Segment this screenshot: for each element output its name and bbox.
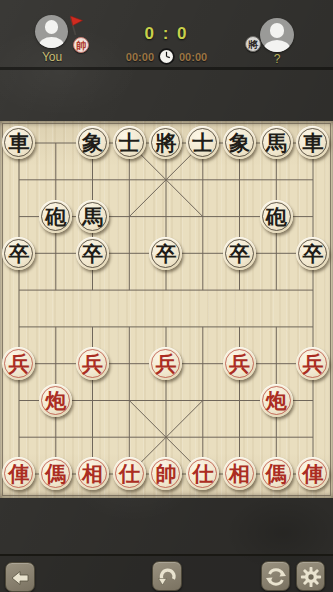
black-cannon[interactable]: 砲 [39,200,72,233]
red-chariot[interactable]: 俥 [296,457,329,490]
score-right: 0 [177,24,188,43]
rotate-arrows-icon [265,566,287,588]
red-cannon[interactable]: 炮 [39,384,72,417]
black-soldier[interactable]: 卒 [149,237,182,270]
black-elephant[interactable]: 象 [223,126,256,159]
analog-clock-icon [158,48,175,65]
black-soldier[interactable]: 卒 [223,237,256,270]
red-general[interactable]: 帥 [149,457,182,490]
black-advisor[interactable]: 士 [186,126,219,159]
right-player-avatar[interactable] [260,18,294,52]
xiangqi-app: 帥 You 0 : 0 00:00 00:00 將 ? [0,0,333,592]
red-soldier[interactable]: 兵 [2,347,35,380]
right-side-badge: 將 [245,36,261,52]
red-elephant[interactable]: 相 [223,457,256,490]
black-elephant[interactable]: 象 [76,126,109,159]
avatar-head [270,23,284,37]
bottom-toolbar [0,554,333,592]
right-timer: 00:00 [179,51,207,63]
pieces-layer: 車象士將士象馬車砲馬砲卒卒卒卒卒兵兵兵兵兵炮炮俥傌相仕帥仕相傌俥 [1,125,332,493]
undo-button[interactable] [152,561,182,591]
right-player-name: ? [244,52,310,66]
red-advisor[interactable]: 仕 [186,457,219,490]
header: 帥 You 0 : 0 00:00 00:00 將 ? [0,0,333,70]
black-advisor[interactable]: 士 [113,126,146,159]
black-general[interactable]: 將 [149,126,182,159]
score-left: 0 [144,24,155,43]
xiangqi-board[interactable]: 車象士將士象馬車砲馬砲卒卒卒卒卒兵兵兵兵兵炮炮俥傌相仕帥仕相傌俥 [0,121,333,498]
gear-icon [300,566,322,588]
red-soldier[interactable]: 兵 [296,347,329,380]
black-cannon[interactable]: 砲 [260,200,293,233]
black-horse[interactable]: 馬 [260,126,293,159]
red-soldier[interactable]: 兵 [76,347,109,380]
black-chariot[interactable]: 車 [2,126,35,159]
left-timer: 00:00 [126,51,154,63]
black-horse[interactable]: 馬 [76,200,109,233]
red-soldier[interactable]: 兵 [223,347,256,380]
back-arrow-icon [9,567,31,589]
red-horse[interactable]: 傌 [39,457,72,490]
black-soldier[interactable]: 卒 [296,237,329,270]
red-cannon[interactable]: 炮 [260,384,293,417]
settings-button[interactable] [296,561,325,591]
black-soldier[interactable]: 卒 [2,237,35,270]
red-horse[interactable]: 傌 [260,457,293,490]
red-soldier[interactable]: 兵 [149,347,182,380]
red-advisor[interactable]: 仕 [113,457,146,490]
black-soldier[interactable]: 卒 [76,237,109,270]
score-separator: : [163,24,171,43]
back-button[interactable] [5,562,35,592]
black-chariot[interactable]: 車 [296,126,329,159]
rotate-button[interactable] [261,561,290,591]
undo-arrow-icon [156,566,178,588]
red-elephant[interactable]: 相 [76,457,109,490]
red-chariot[interactable]: 俥 [2,457,35,490]
